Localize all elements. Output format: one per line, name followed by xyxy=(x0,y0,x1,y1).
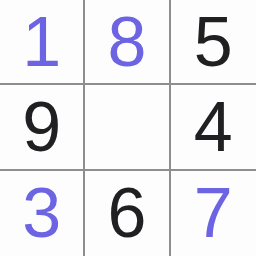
sudoku-cell-r3c1[interactable]: 3 xyxy=(0,171,85,256)
sudoku-cell-r2c1[interactable]: 9 xyxy=(0,85,85,170)
sudoku-cell-r2c3[interactable]: 4 xyxy=(171,85,256,170)
sudoku-cell-r1c2[interactable]: 8 xyxy=(85,0,170,85)
sudoku-board: 1 8 5 9 4 3 6 7 xyxy=(0,0,256,256)
sudoku-cell-r3c2[interactable]: 6 xyxy=(85,171,170,256)
sudoku-cell-r2c2[interactable] xyxy=(85,85,170,170)
sudoku-cell-r1c1[interactable]: 1 xyxy=(0,0,85,85)
sudoku-cell-r3c3[interactable]: 7 xyxy=(171,171,256,256)
sudoku-cell-r1c3[interactable]: 5 xyxy=(171,0,256,85)
